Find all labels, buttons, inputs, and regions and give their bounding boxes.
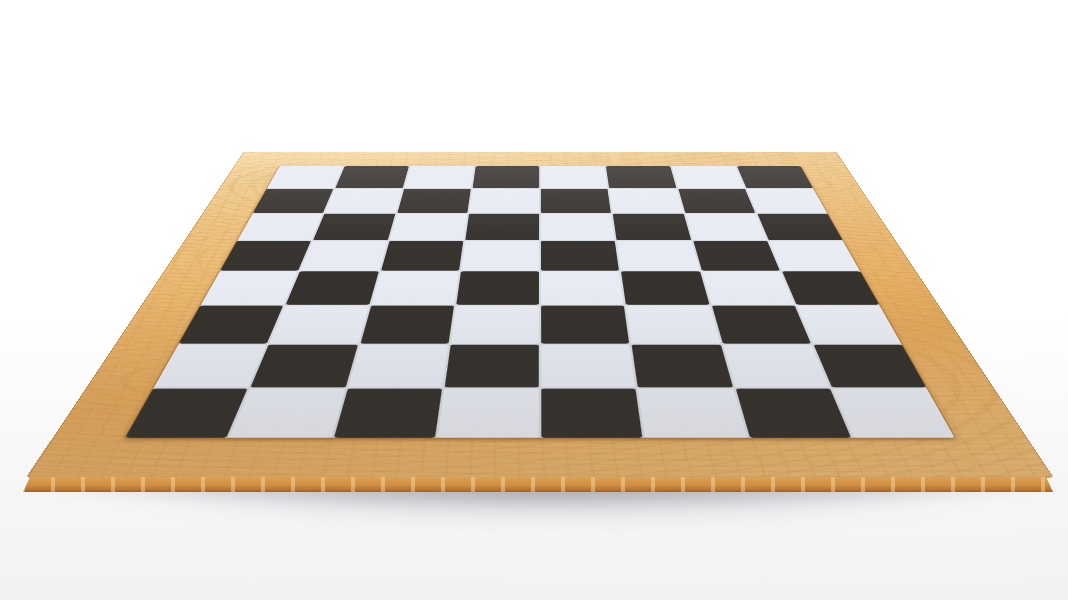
square-b2[interactable] <box>251 344 358 387</box>
square-d2[interactable] <box>444 344 538 387</box>
square-e7[interactable] <box>541 189 611 213</box>
square-c3[interactable] <box>360 306 454 344</box>
board-front-edge <box>21 477 1055 492</box>
square-f3[interactable] <box>626 306 720 344</box>
square-c6[interactable] <box>389 213 467 240</box>
square-c8[interactable] <box>404 166 474 188</box>
square-g3[interactable] <box>711 306 810 344</box>
square-a7[interactable] <box>253 189 333 213</box>
square-d6[interactable] <box>465 213 539 240</box>
square-f6[interactable] <box>613 213 691 240</box>
square-f8[interactable] <box>606 166 676 188</box>
wooden-frame <box>26 152 1054 478</box>
square-e6[interactable] <box>541 213 615 240</box>
square-c4[interactable] <box>371 271 459 304</box>
square-a3[interactable] <box>179 306 283 344</box>
square-h3[interactable] <box>797 306 901 344</box>
square-a5[interactable] <box>220 241 311 271</box>
square-c7[interactable] <box>397 189 471 213</box>
square-d3[interactable] <box>451 306 539 344</box>
square-g5[interactable] <box>693 241 780 271</box>
square-c5[interactable] <box>381 241 463 271</box>
square-g2[interactable] <box>723 344 830 387</box>
square-e2[interactable] <box>541 344 635 387</box>
square-d5[interactable] <box>461 241 539 271</box>
square-c2[interactable] <box>348 344 449 387</box>
square-e1[interactable] <box>541 388 642 437</box>
square-d7[interactable] <box>469 189 539 213</box>
square-g4[interactable] <box>702 271 795 304</box>
square-b3[interactable] <box>269 306 368 344</box>
square-d8[interactable] <box>472 166 539 188</box>
square-b4[interactable] <box>286 271 379 304</box>
square-h5[interactable] <box>769 241 860 271</box>
square-b1[interactable] <box>229 388 345 437</box>
square-f4[interactable] <box>621 271 709 304</box>
square-b7[interactable] <box>325 189 402 213</box>
square-g7[interactable] <box>678 189 755 213</box>
square-c1[interactable] <box>333 388 442 437</box>
square-b6[interactable] <box>313 213 395 240</box>
square-a4[interactable] <box>201 271 298 304</box>
square-g8[interactable] <box>671 166 744 188</box>
square-g1[interactable] <box>735 388 851 437</box>
square-a2[interactable] <box>154 344 267 387</box>
square-g6[interactable] <box>685 213 767 240</box>
square-b8[interactable] <box>336 166 409 188</box>
playing-field <box>125 166 954 437</box>
square-h1[interactable] <box>832 388 955 437</box>
square-a6[interactable] <box>238 213 323 240</box>
square-h6[interactable] <box>757 213 842 240</box>
square-a8[interactable] <box>267 166 343 188</box>
square-h4[interactable] <box>782 271 879 304</box>
square-d4[interactable] <box>456 271 539 304</box>
square-h8[interactable] <box>737 166 813 188</box>
chessboard <box>26 152 1054 478</box>
square-e3[interactable] <box>541 306 629 344</box>
square-e5[interactable] <box>541 241 619 271</box>
studio-scene <box>0 0 1068 600</box>
square-h7[interactable] <box>746 189 826 213</box>
square-a1[interactable] <box>125 388 248 437</box>
square-h2[interactable] <box>813 344 926 387</box>
square-d1[interactable] <box>437 388 538 437</box>
square-f2[interactable] <box>632 344 733 387</box>
square-b5[interactable] <box>300 241 387 271</box>
square-f1[interactable] <box>638 388 747 437</box>
square-e8[interactable] <box>541 166 608 188</box>
square-f5[interactable] <box>617 241 699 271</box>
square-e4[interactable] <box>541 271 624 304</box>
square-f7[interactable] <box>609 189 683 213</box>
